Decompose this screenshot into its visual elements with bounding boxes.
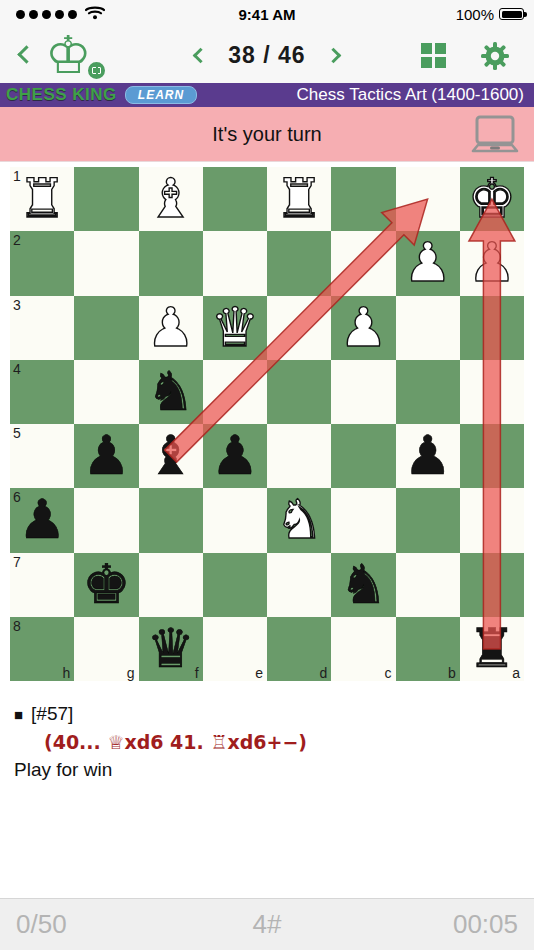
square-g7[interactable]: ♚ <box>74 553 138 617</box>
square-b4[interactable] <box>396 360 460 424</box>
rank-label-8: 8 <box>13 618 21 634</box>
piece-white-queen-e3[interactable]: ♛ <box>211 301 259 355</box>
square-h5[interactable]: 5 <box>10 424 74 488</box>
chevron-left-icon <box>17 45 35 63</box>
square-d5[interactable] <box>267 424 331 488</box>
piece-white-pawn-f3[interactable]: ♟ <box>146 301 194 355</box>
annotation-panel: ■ [#57] (40... ♕xd6 41. ♖xd6+−) Play for… <box>0 681 534 781</box>
piece-black-pawn-b5[interactable]: ♟ <box>403 429 451 483</box>
square-g8[interactable]: g <box>74 617 138 681</box>
square-b8[interactable]: b <box>396 617 460 681</box>
square-a4[interactable] <box>460 360 524 424</box>
square-a5[interactable] <box>460 424 524 488</box>
square-c3[interactable]: ♟ <box>331 296 395 360</box>
square-h7[interactable]: 7 <box>10 553 74 617</box>
app-name: CHESS KING <box>6 85 117 105</box>
piece-white-rook-d1[interactable]: ♜ <box>275 172 323 226</box>
rank-label-2: 2 <box>13 232 21 248</box>
king-logo-icon: ♔ <box>45 25 92 85</box>
prev-puzzle-button[interactable] <box>195 47 206 65</box>
square-b1[interactable] <box>396 167 460 231</box>
square-e8[interactable]: e <box>203 617 267 681</box>
piece-black-knight-f4[interactable]: ♞ <box>146 365 194 419</box>
rank-label-3: 3 <box>13 297 21 313</box>
square-d1[interactable]: ♜ <box>267 167 331 231</box>
black-to-move-marker: ■ <box>14 706 23 723</box>
square-f1[interactable]: ♝ <box>139 167 203 231</box>
square-e6[interactable] <box>203 488 267 552</box>
chess-board[interactable]: 1♜♝♜♚2♟♟3♟♛♟4♞5♟♝♟♟6♟♞7♚♞8hgf♛edcba♜ <box>10 167 524 681</box>
file-label-c: c <box>385 665 392 681</box>
square-g3[interactable] <box>74 296 138 360</box>
square-c6[interactable] <box>331 488 395 552</box>
piece-white-pawn-c3[interactable]: ♟ <box>339 301 387 355</box>
square-c7[interactable]: ♞ <box>331 553 395 617</box>
variation-line: (40... ♕xd6 41. ♖xd6+−) <box>44 731 520 753</box>
square-c8[interactable]: c <box>331 617 395 681</box>
status-bar: 9:41 AM 100% <box>0 0 534 28</box>
square-c1[interactable] <box>331 167 395 231</box>
square-b2[interactable]: ♟ <box>396 231 460 295</box>
learn-badge: LEARN <box>125 86 197 104</box>
file-label-d: d <box>319 665 327 681</box>
square-e7[interactable] <box>203 553 267 617</box>
piece-white-bishop-f1[interactable]: ♝ <box>146 172 194 226</box>
square-c2[interactable] <box>331 231 395 295</box>
square-g2[interactable] <box>74 231 138 295</box>
file-label-e: e <box>255 665 263 681</box>
square-c4[interactable] <box>331 360 395 424</box>
puzzle-counter: 38 / 46 <box>228 42 305 69</box>
rank-label-6: 6 <box>13 489 21 505</box>
square-h1[interactable]: 1♜ <box>10 167 74 231</box>
piece-white-rook-h1[interactable]: ♜ <box>18 172 66 226</box>
battery-icon <box>499 8 524 20</box>
square-d7[interactable] <box>267 553 331 617</box>
chevron-right-icon <box>325 47 341 63</box>
file-label-g: g <box>127 665 135 681</box>
puzzle-pager: 38 / 46 <box>157 42 377 69</box>
square-f8[interactable]: f♛ <box>139 617 203 681</box>
square-e2[interactable] <box>203 231 267 295</box>
square-f3[interactable]: ♟ <box>139 296 203 360</box>
square-f2[interactable] <box>139 231 203 295</box>
file-label-b: b <box>448 665 456 681</box>
square-h2[interactable]: 2 <box>10 231 74 295</box>
square-g6[interactable] <box>74 488 138 552</box>
square-d2[interactable] <box>267 231 331 295</box>
next-puzzle-button[interactable] <box>328 47 339 65</box>
puzzle-id: [#57] <box>31 703 73 725</box>
rank-label-1: 1 <box>13 168 21 184</box>
app-root: 9:41 AM 100% ♔ 38 / 46 <box>0 0 534 950</box>
settings-button[interactable] <box>480 41 510 71</box>
square-f5[interactable]: ♝ <box>139 424 203 488</box>
square-b5[interactable]: ♟ <box>396 424 460 488</box>
piece-white-king-a1[interactable]: ♚ <box>468 172 516 226</box>
square-d3[interactable] <box>267 296 331 360</box>
square-h6[interactable]: 6♟ <box>10 488 74 552</box>
square-a1[interactable]: ♚ <box>460 167 524 231</box>
square-d4[interactable] <box>267 360 331 424</box>
puzzle-list-button[interactable] <box>421 43 446 68</box>
piece-white-pawn-a2[interactable]: ♟ <box>468 236 516 290</box>
square-b3[interactable] <box>396 296 460 360</box>
course-title: Chess Tactics Art (1400-1600) <box>297 85 528 105</box>
square-g1[interactable] <box>74 167 138 231</box>
square-g4[interactable] <box>74 360 138 424</box>
file-label-a: a <box>512 665 520 681</box>
instruction-text: Play for win <box>14 759 520 781</box>
piece-black-king-g7[interactable]: ♚ <box>82 558 130 612</box>
piece-white-knight-d6[interactable]: ♞ <box>275 493 323 547</box>
computer-icon[interactable] <box>470 115 520 159</box>
square-b7[interactable] <box>396 553 460 617</box>
piece-black-knight-c7[interactable]: ♞ <box>339 558 387 612</box>
square-g5[interactable]: ♟ <box>74 424 138 488</box>
square-d8[interactable]: d <box>267 617 331 681</box>
file-label-f: f <box>195 665 199 681</box>
piece-black-bishop-f5[interactable]: ♝ <box>146 429 194 483</box>
square-h4[interactable]: 4 <box>10 360 74 424</box>
square-f7[interactable] <box>139 553 203 617</box>
square-c5[interactable] <box>331 424 395 488</box>
square-h8[interactable]: 8h <box>10 617 74 681</box>
chess-king-logo[interactable]: ♔ <box>45 28 109 83</box>
square-f6[interactable] <box>139 488 203 552</box>
piece-black-pawn-h6[interactable]: ♟ <box>18 493 66 547</box>
square-a2[interactable]: ♟ <box>460 231 524 295</box>
piece-black-queen-f8[interactable]: ♛ <box>146 622 194 676</box>
clock: 9:41 AM <box>0 6 534 23</box>
square-e5[interactable]: ♟ <box>203 424 267 488</box>
turn-message: It's your turn <box>212 123 321 146</box>
gear-icon <box>480 41 510 71</box>
piece-black-pawn-g5[interactable]: ♟ <box>82 429 130 483</box>
rank-label-5: 5 <box>13 425 21 441</box>
brand-bar: CHESS KING LEARN Chess Tactics Art (1400… <box>0 83 534 107</box>
square-a8[interactable]: a♜ <box>460 617 524 681</box>
square-f4[interactable]: ♞ <box>139 360 203 424</box>
square-e4[interactable] <box>203 360 267 424</box>
back-button[interactable] <box>16 43 37 69</box>
square-e3[interactable]: ♛ <box>203 296 267 360</box>
piece-black-rook-a8[interactable]: ♜ <box>468 622 516 676</box>
piece-white-pawn-b2[interactable]: ♟ <box>403 236 451 290</box>
chevron-left-icon <box>193 47 209 63</box>
nav-bar: ♔ 38 / 46 <box>0 28 534 83</box>
rank-label-4: 4 <box>13 361 21 377</box>
square-e1[interactable] <box>203 167 267 231</box>
turn-bar: It's your turn <box>0 107 534 162</box>
square-a3[interactable] <box>460 296 524 360</box>
square-d6[interactable]: ♞ <box>267 488 331 552</box>
bottom-bar: 0/50 4# 00:05 <box>0 898 534 950</box>
square-b6[interactable] <box>396 488 460 552</box>
square-a6[interactable] <box>460 488 524 552</box>
rank-label-7: 7 <box>13 554 21 570</box>
task-label: 4# <box>0 909 534 940</box>
board-area: 1♜♝♜♚2♟♟3♟♛♟4♞5♟♝♟♟6♟♞7♚♞8hgf♛edcba♜ <box>10 167 524 681</box>
square-a7[interactable] <box>460 553 524 617</box>
learn-badge-icon <box>86 60 107 81</box>
square-h3[interactable]: 3 <box>10 296 74 360</box>
piece-black-pawn-e5[interactable]: ♟ <box>211 429 259 483</box>
file-label-h: h <box>62 665 70 681</box>
